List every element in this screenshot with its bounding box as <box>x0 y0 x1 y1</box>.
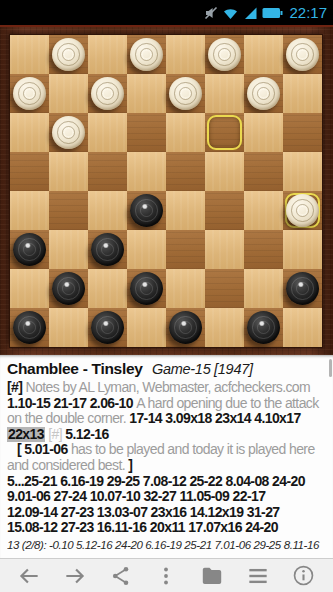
battery-icon <box>262 7 283 19</box>
black-man-sq3[interactable] <box>91 311 124 344</box>
comment-text: A hard opening due to the attack <box>136 396 318 411</box>
square-7[interactable] <box>127 269 166 308</box>
bottom-toolbar <box>0 558 333 592</box>
light-square <box>49 152 88 191</box>
move-text[interactable]: [ 5.01-06 <box>17 442 71 457</box>
notes-line: 5...25-21 6.16-19 29-25 7.08-12 25-22 8.… <box>7 474 333 490</box>
black-man-sq11[interactable] <box>91 233 124 266</box>
white-man-sq13[interactable] <box>286 194 319 227</box>
light-square <box>127 308 166 347</box>
comment-text: has to be played and today it is played … <box>71 442 315 457</box>
light-square <box>244 269 283 308</box>
white-man-sq27[interactable] <box>91 77 124 110</box>
notes-line: 9.01-06 27-24 10.07-10 32-27 11.05-09 22… <box>7 489 333 505</box>
move-text[interactable]: ] <box>128 458 132 473</box>
black-man-sq12[interactable] <box>13 233 46 266</box>
light-square <box>88 35 127 74</box>
white-man-sq29[interactable] <box>286 38 319 71</box>
light-square <box>166 35 205 74</box>
notes-line: 12.09-14 27-23 13.03-07 23x16 14.12x19 3… <box>7 505 333 521</box>
square-4[interactable] <box>10 308 49 347</box>
light-square <box>10 35 49 74</box>
white-man-sq24[interactable] <box>52 116 85 149</box>
signal-icon <box>243 6 258 20</box>
light-square <box>205 308 244 347</box>
black-man-sq5[interactable] <box>286 272 319 305</box>
next-move-button[interactable] <box>55 561 95 591</box>
game-title: Chamblee - Tinsley Game-15 [1947] <box>7 359 333 379</box>
notes-line: 1.10-15 21-17 2.06-10 A hard opening due… <box>7 396 333 412</box>
square-24[interactable] <box>49 113 88 152</box>
move-text[interactable]: 15.08-12 27-23 16.11-16 20x11 17.07x16 2… <box>7 520 278 535</box>
black-man-sq15[interactable] <box>130 194 163 227</box>
notes-line: on the double corner. 17-14 3.09x18 23x1… <box>7 411 333 427</box>
white-man-sq28[interactable] <box>13 77 46 110</box>
square-11[interactable] <box>88 230 127 269</box>
square-15[interactable] <box>127 191 166 230</box>
square-26[interactable] <box>166 74 205 113</box>
square-20[interactable] <box>10 152 49 191</box>
folder-icon <box>199 563 225 589</box>
scrollbar-thumb[interactable] <box>329 359 332 377</box>
info-button[interactable] <box>284 561 324 591</box>
move-text[interactable]: 12.09-14 27-23 13.03-07 23x16 14.12x19 3… <box>7 505 280 520</box>
light-square <box>283 74 322 113</box>
light-square <box>88 113 127 152</box>
notes-line: and considered best. ] <box>7 458 333 474</box>
square-28[interactable] <box>10 74 49 113</box>
more-options-button[interactable] <box>146 561 186 591</box>
square-32[interactable] <box>49 35 88 74</box>
previous-move-button[interactable] <box>9 561 49 591</box>
clock: 22:17 <box>287 0 327 25</box>
board <box>10 35 322 347</box>
white-man-sq31[interactable] <box>130 38 163 71</box>
light-square <box>49 230 88 269</box>
light-square <box>244 191 283 230</box>
diagram-marker: [#] <box>48 427 62 442</box>
arrow-right-icon <box>62 563 88 589</box>
square-12[interactable] <box>10 230 49 269</box>
mute-icon <box>204 6 218 20</box>
overflow-dots-icon <box>154 564 178 588</box>
light-square <box>244 113 283 152</box>
square-29[interactable] <box>283 35 322 74</box>
light-square <box>127 230 166 269</box>
analysis-text: 13 (2/8): -0.10 5.12-16 24-20 6.16-19 25… <box>7 539 319 551</box>
notes-line: [ 5.01-06 has to be played and today it … <box>7 442 333 458</box>
board-frame <box>0 25 333 355</box>
square-27[interactable] <box>88 74 127 113</box>
light-square <box>10 113 49 152</box>
comment-text: and considered best. <box>7 458 128 473</box>
move-text[interactable]: 9.01-06 27-24 10.07-10 32-27 11.05-09 22… <box>7 489 265 504</box>
white-man-sq26[interactable] <box>169 77 202 110</box>
white-man-sq32[interactable] <box>52 38 85 71</box>
comment-text: on the double corner. <box>7 411 129 426</box>
square-1[interactable] <box>244 308 283 347</box>
notes-line: [#] Notes by AL Lyman, Webmaster, acfche… <box>7 380 333 396</box>
black-man-sq2[interactable] <box>169 311 202 344</box>
checkers-app-screen: 22:17 Chamblee - Tinsley Game-15 [1947] … <box>0 0 333 592</box>
engine-analysis-line: 13 (2/8): -0.10 5.12-16 24-20 6.16-19 25… <box>7 538 333 553</box>
square-19[interactable] <box>88 152 127 191</box>
white-man-sq25[interactable] <box>247 77 280 110</box>
square-9[interactable] <box>244 230 283 269</box>
square-18[interactable] <box>166 152 205 191</box>
info-icon <box>291 563 316 588</box>
square-2[interactable] <box>166 308 205 347</box>
square-17[interactable] <box>244 152 283 191</box>
light-square <box>10 191 49 230</box>
light-square <box>10 269 49 308</box>
square-31[interactable] <box>127 35 166 74</box>
last-move-highlight-sq22 <box>207 115 242 150</box>
notes-line: 15.08-12 27-23 16.11-16 20x11 17.07x16 2… <box>7 520 333 536</box>
square-5[interactable] <box>283 269 322 308</box>
share-button[interactable] <box>101 561 141 591</box>
black-man-sq4[interactable] <box>13 311 46 344</box>
square-22[interactable] <box>205 113 244 152</box>
white-man-sq30[interactable] <box>208 38 241 71</box>
square-23[interactable] <box>127 113 166 152</box>
light-square <box>127 152 166 191</box>
light-square <box>166 113 205 152</box>
light-square <box>205 152 244 191</box>
square-10[interactable] <box>166 230 205 269</box>
square-21[interactable] <box>283 113 322 152</box>
notes-lines: [#] Notes by AL Lyman, Webmaster, acfche… <box>7 380 333 553</box>
move-text[interactable]: [#] <box>7 380 26 395</box>
light-square <box>244 35 283 74</box>
arrow-left-icon <box>16 563 42 589</box>
light-square <box>283 308 322 347</box>
square-16[interactable] <box>49 191 88 230</box>
move-text[interactable]: 17-14 3.09x18 23x14 4.10x17 <box>129 411 300 426</box>
menu-button[interactable] <box>238 561 278 591</box>
event-label: Game-15 [1947] <box>147 361 253 377</box>
open-file-button[interactable] <box>192 561 232 591</box>
square-8[interactable] <box>49 269 88 308</box>
light-square <box>49 308 88 347</box>
android-status-bar: 22:17 <box>0 0 333 25</box>
black-man-sq7[interactable] <box>130 272 163 305</box>
light-square <box>166 269 205 308</box>
light-square <box>283 152 322 191</box>
light-square <box>88 191 127 230</box>
light-square <box>166 191 205 230</box>
move-text[interactable]: 5.12-16 <box>62 427 109 442</box>
light-square <box>205 230 244 269</box>
light-square <box>88 269 127 308</box>
light-square <box>205 74 244 113</box>
hamburger-menu-icon <box>245 563 271 589</box>
comment-text: Notes by AL Lyman, Webmaster, acfchecker… <box>26 380 311 395</box>
black-man-sq8[interactable] <box>52 272 85 305</box>
square-6[interactable] <box>205 269 244 308</box>
move-text[interactable]: 1.10-15 21-17 2.06-10 <box>7 396 136 411</box>
wifi-icon <box>222 6 239 20</box>
light-square <box>127 74 166 113</box>
square-13[interactable] <box>283 191 322 230</box>
notes-line: 22x13 [#] 5.12-16 <box>7 427 333 443</box>
square-14[interactable] <box>205 191 244 230</box>
move-text[interactable]: 5...25-21 6.16-19 29-25 7.08-12 25-22 8.… <box>7 474 305 489</box>
light-square <box>49 74 88 113</box>
square-3[interactable] <box>88 308 127 347</box>
notes-panel: Chamblee - Tinsley Game-15 [1947] [#] No… <box>0 355 333 558</box>
square-30[interactable] <box>205 35 244 74</box>
current-move[interactable]: 22x13 <box>7 427 45 442</box>
players-names: Chamblee - Tinsley <box>7 360 143 377</box>
light-square <box>283 230 322 269</box>
share-icon <box>109 564 133 588</box>
black-man-sq1[interactable] <box>247 311 280 344</box>
square-25[interactable] <box>244 74 283 113</box>
